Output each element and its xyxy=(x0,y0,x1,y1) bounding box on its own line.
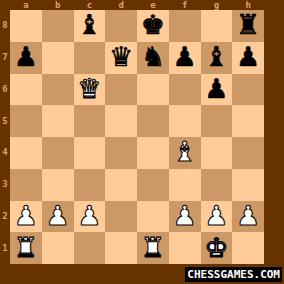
square-d2[interactable] xyxy=(105,201,137,233)
square-e8[interactable]: ♚ xyxy=(137,10,169,42)
square-d1[interactable] xyxy=(105,232,137,264)
piece-black-pawn-a7[interactable]: ♟ xyxy=(14,43,38,70)
piece-black-pawn-g6[interactable]: ♟ xyxy=(204,75,228,102)
piece-white-pawn-a2[interactable]: ♟ xyxy=(14,202,38,229)
chess-board-frame: abcdefgh 87654321 ♝♚♜♟♛♞♟♝♟♛♟♝♟♟♟♟♟♟♜♜♚ … xyxy=(0,0,284,284)
square-g6[interactable]: ♟ xyxy=(201,74,233,106)
square-c3[interactable] xyxy=(74,169,106,201)
piece-white-pawn-c2[interactable]: ♟ xyxy=(77,202,101,229)
piece-black-pawn-f7[interactable]: ♟ xyxy=(173,43,197,70)
rank-label-1: 1 xyxy=(0,232,10,264)
square-f1[interactable] xyxy=(169,232,201,264)
square-a4[interactable] xyxy=(10,137,42,169)
piece-white-king-g1[interactable]: ♚ xyxy=(204,234,228,261)
piece-black-king-e8[interactable]: ♚ xyxy=(141,11,165,38)
square-b2[interactable]: ♟ xyxy=(42,201,74,233)
square-b4[interactable] xyxy=(42,137,74,169)
square-h4[interactable] xyxy=(232,137,264,169)
square-b8[interactable] xyxy=(42,10,74,42)
piece-black-queen-d7[interactable]: ♛ xyxy=(109,43,133,70)
square-h7[interactable]: ♟ xyxy=(232,42,264,74)
rank-label-8: 8 xyxy=(0,10,10,42)
square-b5[interactable] xyxy=(42,105,74,137)
square-c1[interactable] xyxy=(74,232,106,264)
square-e4[interactable] xyxy=(137,137,169,169)
square-e2[interactable] xyxy=(137,201,169,233)
chessgames-logo: CHESSGAMES.COM xyxy=(185,267,282,282)
file-labels: abcdefgh xyxy=(10,0,264,10)
square-h2[interactable]: ♟ xyxy=(232,201,264,233)
square-g3[interactable] xyxy=(201,169,233,201)
file-label-b: b xyxy=(42,0,74,10)
square-a3[interactable] xyxy=(10,169,42,201)
square-b6[interactable] xyxy=(42,74,74,106)
square-b1[interactable] xyxy=(42,232,74,264)
square-e7[interactable]: ♞ xyxy=(137,42,169,74)
piece-white-pawn-g2[interactable]: ♟ xyxy=(204,202,228,229)
square-a5[interactable] xyxy=(10,105,42,137)
square-g7[interactable]: ♝ xyxy=(201,42,233,74)
piece-white-pawn-f2[interactable]: ♟ xyxy=(173,202,197,229)
square-g4[interactable] xyxy=(201,137,233,169)
square-c7[interactable] xyxy=(74,42,106,74)
piece-black-knight-e7[interactable]: ♞ xyxy=(141,43,165,70)
file-label-a: a xyxy=(10,0,42,10)
rank-label-4: 4 xyxy=(0,137,10,169)
square-h1[interactable] xyxy=(232,232,264,264)
piece-white-pawn-h2[interactable]: ♟ xyxy=(236,202,260,229)
square-a1[interactable]: ♜ xyxy=(10,232,42,264)
square-c6[interactable]: ♛ xyxy=(74,74,106,106)
rank-label-5: 5 xyxy=(0,105,10,137)
square-e3[interactable] xyxy=(137,169,169,201)
piece-black-pawn-h7[interactable]: ♟ xyxy=(236,43,260,70)
square-g1[interactable]: ♚ xyxy=(201,232,233,264)
square-d4[interactable] xyxy=(105,137,137,169)
rank-label-6: 6 xyxy=(0,74,10,106)
square-d7[interactable]: ♛ xyxy=(105,42,137,74)
square-b7[interactable] xyxy=(42,42,74,74)
file-label-f: f xyxy=(169,0,201,10)
square-c4[interactable] xyxy=(74,137,106,169)
square-b3[interactable] xyxy=(42,169,74,201)
file-label-d: d xyxy=(105,0,137,10)
square-a7[interactable]: ♟ xyxy=(10,42,42,74)
square-e1[interactable]: ♜ xyxy=(137,232,169,264)
piece-white-bishop-f4[interactable]: ♝ xyxy=(173,138,197,165)
piece-white-queen-c6[interactable]: ♛ xyxy=(77,75,101,102)
square-f8[interactable] xyxy=(169,10,201,42)
square-e5[interactable] xyxy=(137,105,169,137)
file-label-g: g xyxy=(201,0,233,10)
square-a6[interactable] xyxy=(10,74,42,106)
square-h6[interactable] xyxy=(232,74,264,106)
square-f2[interactable]: ♟ xyxy=(169,201,201,233)
square-g8[interactable] xyxy=(201,10,233,42)
chess-board: ♝♚♜♟♛♞♟♝♟♛♟♝♟♟♟♟♟♟♜♜♚ xyxy=(10,10,264,264)
square-h3[interactable] xyxy=(232,169,264,201)
square-c8[interactable]: ♝ xyxy=(74,10,106,42)
square-a8[interactable] xyxy=(10,10,42,42)
square-g5[interactable] xyxy=(201,105,233,137)
square-f3[interactable] xyxy=(169,169,201,201)
square-d3[interactable] xyxy=(105,169,137,201)
piece-black-rook-h8[interactable]: ♜ xyxy=(236,11,260,38)
square-f5[interactable] xyxy=(169,105,201,137)
square-d5[interactable] xyxy=(105,105,137,137)
piece-black-bishop-c8[interactable]: ♝ xyxy=(77,11,101,38)
rank-label-7: 7 xyxy=(0,42,10,74)
rank-label-3: 3 xyxy=(0,169,10,201)
square-h5[interactable] xyxy=(232,105,264,137)
square-c2[interactable]: ♟ xyxy=(74,201,106,233)
square-f4[interactable]: ♝ xyxy=(169,137,201,169)
piece-black-bishop-g7[interactable]: ♝ xyxy=(204,43,228,70)
rank-labels: 87654321 xyxy=(0,10,10,264)
square-e6[interactable] xyxy=(137,74,169,106)
square-d6[interactable] xyxy=(105,74,137,106)
square-d8[interactable] xyxy=(105,10,137,42)
piece-white-rook-a1[interactable]: ♜ xyxy=(14,234,38,261)
square-g2[interactable]: ♟ xyxy=(201,201,233,233)
piece-white-rook-e1[interactable]: ♜ xyxy=(141,234,165,261)
piece-white-pawn-b2[interactable]: ♟ xyxy=(46,202,70,229)
square-f6[interactable] xyxy=(169,74,201,106)
square-h8[interactable]: ♜ xyxy=(232,10,264,42)
square-c5[interactable] xyxy=(74,105,106,137)
rank-label-2: 2 xyxy=(0,201,10,233)
square-f7[interactable]: ♟ xyxy=(169,42,201,74)
square-a2[interactable]: ♟ xyxy=(10,201,42,233)
